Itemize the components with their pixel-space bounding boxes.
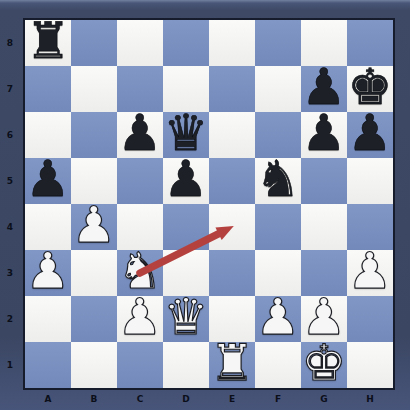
board-frame: ♜♟♚♟♛♟♟♟♟♞♟♟♞♟♟♛♟♟♜♚ 87654321ABCDEFGH	[0, 0, 410, 410]
white-queen[interactable]: ♛	[164, 292, 209, 342]
square-d2[interactable]: ♛	[163, 296, 209, 342]
square-a8[interactable]: ♜	[25, 20, 71, 66]
square-b8[interactable]	[71, 20, 117, 66]
square-h5[interactable]	[347, 158, 393, 204]
square-b2[interactable]	[71, 296, 117, 342]
square-a5[interactable]: ♟	[25, 158, 71, 204]
black-rook[interactable]: ♜	[26, 16, 71, 66]
black-pawn[interactable]: ♟	[26, 154, 71, 204]
file-label-a: A	[45, 394, 52, 404]
white-pawn[interactable]: ♟	[118, 292, 163, 342]
square-a1[interactable]	[25, 342, 71, 388]
file-label-c: C	[137, 394, 144, 404]
square-c5[interactable]	[117, 158, 163, 204]
rank-label-3: 3	[7, 268, 13, 278]
white-pawn[interactable]: ♟	[26, 246, 71, 296]
square-h2[interactable]	[347, 296, 393, 342]
square-d4[interactable]	[163, 204, 209, 250]
square-a3[interactable]: ♟	[25, 250, 71, 296]
square-h6[interactable]: ♟	[347, 112, 393, 158]
square-e6[interactable]	[209, 112, 255, 158]
square-f7[interactable]	[255, 66, 301, 112]
rank-label-5: 5	[7, 176, 13, 186]
square-f4[interactable]	[255, 204, 301, 250]
white-pawn[interactable]: ♟	[256, 292, 301, 342]
file-label-e: E	[229, 394, 235, 404]
file-label-h: H	[366, 394, 374, 404]
square-g4[interactable]	[301, 204, 347, 250]
rank-label-7: 7	[7, 84, 13, 94]
square-h3[interactable]: ♟	[347, 250, 393, 296]
rank-label-1: 1	[7, 360, 13, 370]
square-e1[interactable]: ♜	[209, 342, 255, 388]
square-e3[interactable]	[209, 250, 255, 296]
square-a7[interactable]	[25, 66, 71, 112]
white-pawn[interactable]: ♟	[72, 200, 117, 250]
square-e8[interactable]	[209, 20, 255, 66]
black-pawn[interactable]: ♟	[118, 108, 163, 158]
square-b1[interactable]	[71, 342, 117, 388]
square-g6[interactable]: ♟	[301, 112, 347, 158]
square-f8[interactable]	[255, 20, 301, 66]
square-b3[interactable]	[71, 250, 117, 296]
white-pawn[interactable]: ♟	[348, 246, 393, 296]
square-e7[interactable]	[209, 66, 255, 112]
square-b6[interactable]	[71, 112, 117, 158]
square-e5[interactable]	[209, 158, 255, 204]
square-h1[interactable]	[347, 342, 393, 388]
square-c2[interactable]: ♟	[117, 296, 163, 342]
square-d1[interactable]	[163, 342, 209, 388]
rank-label-6: 6	[7, 130, 13, 140]
square-e4[interactable]	[209, 204, 255, 250]
rank-label-4: 4	[7, 222, 13, 232]
file-label-d: D	[182, 394, 189, 404]
square-f2[interactable]: ♟	[255, 296, 301, 342]
square-g1[interactable]: ♚	[301, 342, 347, 388]
file-label-b: B	[91, 394, 98, 404]
square-d8[interactable]	[163, 20, 209, 66]
square-d5[interactable]: ♟	[163, 158, 209, 204]
white-king[interactable]: ♚	[302, 338, 347, 388]
square-g5[interactable]	[301, 158, 347, 204]
square-b4[interactable]: ♟	[71, 204, 117, 250]
black-pawn[interactable]: ♟	[302, 108, 347, 158]
square-c1[interactable]	[117, 342, 163, 388]
square-f1[interactable]	[255, 342, 301, 388]
square-c6[interactable]: ♟	[117, 112, 163, 158]
square-f5[interactable]: ♞	[255, 158, 301, 204]
black-knight[interactable]: ♞	[256, 154, 301, 204]
square-b7[interactable]	[71, 66, 117, 112]
black-pawn[interactable]: ♟	[164, 154, 209, 204]
white-rook[interactable]: ♜	[210, 338, 255, 388]
file-label-f: F	[275, 394, 281, 404]
chess-board: ♜♟♚♟♛♟♟♟♟♞♟♟♞♟♟♛♟♟♜♚	[23, 18, 395, 390]
square-c8[interactable]	[117, 20, 163, 66]
rank-label-8: 8	[7, 38, 13, 48]
rank-label-2: 2	[7, 314, 13, 324]
black-pawn[interactable]: ♟	[348, 108, 393, 158]
square-a2[interactable]	[25, 296, 71, 342]
file-label-g: G	[320, 394, 327, 404]
